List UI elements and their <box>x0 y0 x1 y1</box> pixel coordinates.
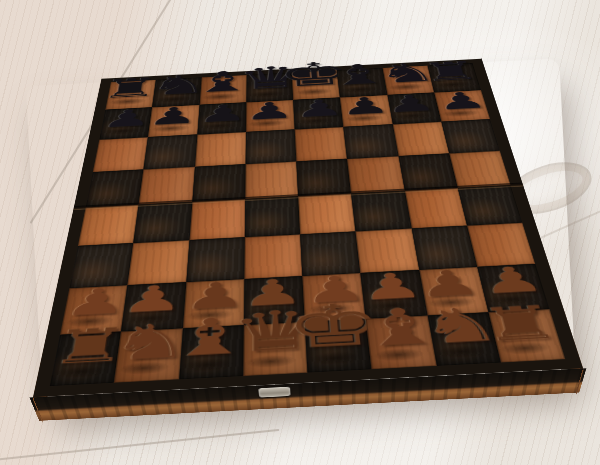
piece-black-pawn-d7[interactable]: ♟ <box>246 100 295 132</box>
latch-icon <box>258 387 290 398</box>
chess-board: ♜♞♝♛♚♝♞♜♟♟♟♟♟♟♟♟♟♟♟♟♟♟♟♟♜♞♝♛♚♝♞♜ <box>33 59 583 397</box>
piece-shadow <box>54 364 106 379</box>
square-a7[interactable]: ♟ <box>99 107 152 139</box>
piece-black-pawn-h7[interactable]: ♟ <box>434 90 490 122</box>
square-f4[interactable] <box>351 191 411 232</box>
piece-black-pawn-b7[interactable]: ♟ <box>148 105 199 137</box>
square-c5[interactable] <box>192 164 246 202</box>
square-g5[interactable] <box>398 154 457 191</box>
square-e6[interactable] <box>295 127 348 162</box>
square-f1[interactable]: ♝ <box>366 316 436 370</box>
piece-shadow <box>436 344 489 359</box>
square-h1[interactable]: ♜ <box>488 309 565 362</box>
piece-shadow <box>118 361 170 376</box>
square-f5[interactable] <box>347 156 404 193</box>
square-d5[interactable] <box>245 162 298 200</box>
square-d7[interactable]: ♟ <box>246 100 295 132</box>
square-a1[interactable]: ♜ <box>50 332 122 387</box>
square-b5[interactable] <box>139 167 195 205</box>
piece-shadow <box>310 351 361 366</box>
piece-shadow <box>345 114 384 123</box>
square-b6[interactable] <box>144 135 197 170</box>
piece-shadow <box>103 126 142 135</box>
board-tilt-wrapper: ♜♞♝♛♚♝♞♜♟♟♟♟♟♟♟♟♟♟♟♟♟♟♟♟♜♞♝♛♚♝♞♜ <box>0 0 600 465</box>
piece-shadow <box>248 119 286 128</box>
square-h4[interactable] <box>458 185 523 225</box>
square-f6[interactable] <box>344 124 399 158</box>
photo-scene: ♜♞♝♛♚♝♞♜♟♟♟♟♟♟♟♟♟♟♟♟♟♟♟♟♜♞♝♛♚♝♞♜ <box>0 0 600 465</box>
piece-shadow <box>393 111 433 120</box>
piece-shadow <box>441 109 481 118</box>
square-b4[interactable] <box>134 202 192 243</box>
square-e7[interactable]: ♟ <box>293 97 343 129</box>
square-e4[interactable] <box>298 194 356 235</box>
square-d4[interactable] <box>245 196 301 237</box>
square-h5[interactable] <box>449 151 511 188</box>
square-h7[interactable]: ♟ <box>434 90 490 122</box>
square-d6[interactable] <box>246 129 297 164</box>
piece-white-bishop-f1[interactable]: ♝ <box>366 316 436 370</box>
piece-white-rook-h1[interactable]: ♜ <box>488 309 565 362</box>
piece-black-pawn-c7[interactable]: ♟ <box>197 102 246 134</box>
piece-black-pawn-e7[interactable]: ♟ <box>293 97 343 129</box>
square-g6[interactable] <box>392 122 449 156</box>
piece-shadow <box>182 357 233 372</box>
square-a4[interactable] <box>78 205 139 246</box>
piece-black-pawn-a7[interactable]: ♟ <box>99 107 152 139</box>
piece-black-pawn-g7[interactable]: ♟ <box>387 93 441 125</box>
piece-shadow <box>151 124 190 133</box>
piece-shadow <box>499 341 553 356</box>
square-g4[interactable] <box>405 188 467 229</box>
piece-white-rook-a1[interactable]: ♜ <box>50 332 122 387</box>
square-e5[interactable] <box>296 159 351 197</box>
square-a6[interactable] <box>93 137 148 172</box>
piece-shadow <box>373 347 425 362</box>
square-a5[interactable] <box>86 170 144 208</box>
square-c6[interactable] <box>195 132 246 167</box>
square-h6[interactable] <box>441 119 500 153</box>
board-squares: ♜♞♝♛♚♝♞♜♟♟♟♟♟♟♟♟♟♟♟♟♟♟♟♟♜♞♝♛♚♝♞♜ <box>50 63 565 386</box>
piece-shadow <box>297 116 336 125</box>
square-c4[interactable] <box>189 199 245 240</box>
perspective-scene: ♜♞♝♛♚♝♞♜♟♟♟♟♟♟♟♟♟♟♟♟♟♟♟♟♜♞♝♛♚♝♞♜ <box>0 0 600 465</box>
square-b7[interactable]: ♟ <box>148 105 199 137</box>
square-g7[interactable]: ♟ <box>387 93 441 125</box>
square-c7[interactable]: ♟ <box>197 102 246 134</box>
piece-shadow <box>200 121 238 130</box>
